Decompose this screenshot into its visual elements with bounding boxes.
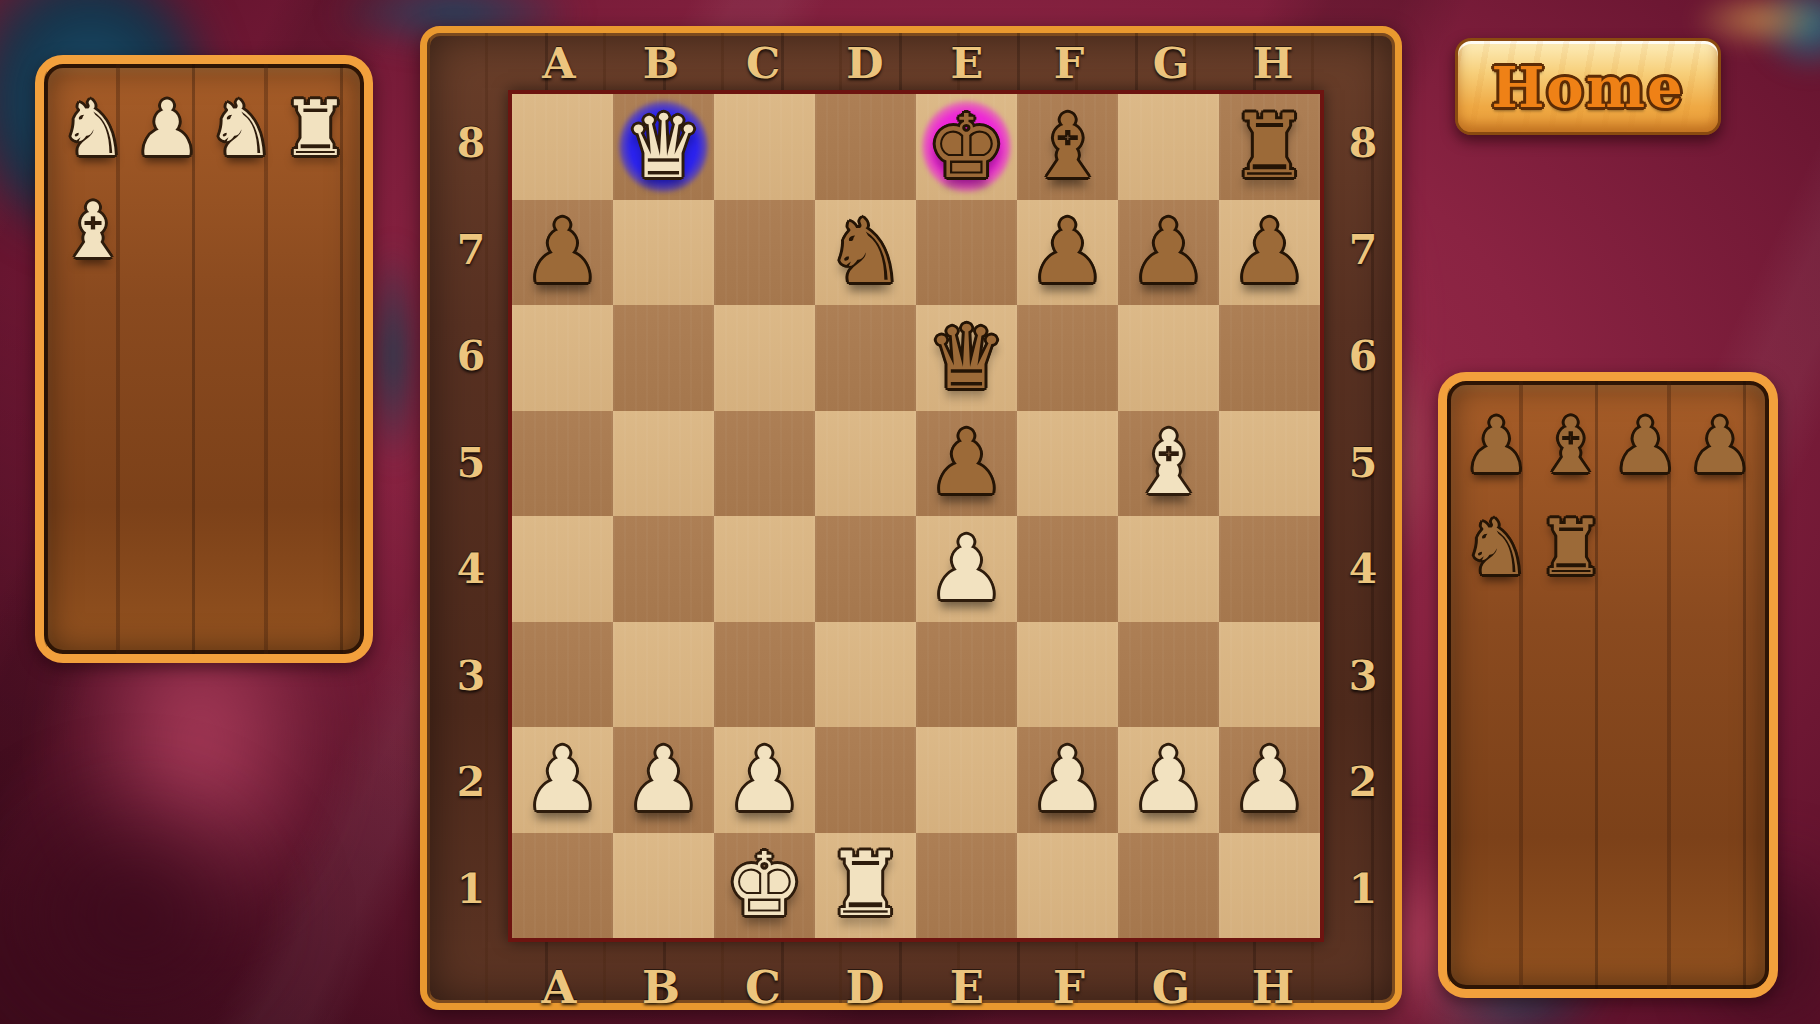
piece-c1-white-king[interactable]: ♚ (714, 833, 815, 939)
game-screen: ♞♟♞♜♝ ABCDEFGH 87654321 87654321 ♛♚♝♜♟♞♟… (0, 0, 1820, 1024)
square-b1[interactable] (613, 833, 714, 939)
square-b4[interactable] (613, 516, 714, 622)
rank-labels-left-8: 8 (441, 90, 501, 197)
home-button[interactable]: Home (1455, 38, 1721, 135)
square-b3[interactable] (613, 622, 714, 728)
square-h8[interactable]: ♜ (1219, 94, 1320, 200)
file-labels-top: ABCDEFGH (508, 38, 1324, 88)
captured-black-pawn: ♟ (1462, 408, 1530, 484)
square-h7[interactable]: ♟ (1219, 200, 1320, 306)
file-labels-top-H: H (1222, 38, 1324, 88)
square-h3[interactable] (1219, 622, 1320, 728)
square-a5[interactable] (512, 411, 613, 517)
square-g1[interactable] (1118, 833, 1219, 939)
captured-white-bishop: ♝ (59, 193, 127, 269)
square-f1[interactable] (1017, 833, 1118, 939)
square-f6[interactable] (1017, 305, 1118, 411)
file-labels-top-F: F (1018, 38, 1120, 88)
board-grid: ♛♚♝♜♟♞♟♟♟♛♟♝♟♟♟♟♟♟♟♚♜ (508, 90, 1324, 942)
square-c1[interactable]: ♚ (714, 833, 815, 939)
square-d1[interactable]: ♜ (815, 833, 916, 939)
square-f8[interactable]: ♝ (1017, 94, 1118, 200)
square-c6[interactable] (714, 305, 815, 411)
rank-labels-left-2: 2 (441, 729, 501, 836)
file-labels-bottom-B: B (610, 959, 712, 1015)
captured-white-knight: ♞ (207, 91, 275, 167)
square-d4[interactable] (815, 516, 916, 622)
piece-e8-black-king[interactable]: ♚ (916, 94, 1017, 200)
file-labels-bottom-G: G (1120, 959, 1222, 1015)
chess-board-frame: ABCDEFGH 87654321 87654321 ♛♚♝♜♟♞♟♟♟♛♟♝♟… (420, 26, 1402, 1010)
piece-e6-black-queen[interactable]: ♛ (916, 305, 1017, 411)
captured-white-rook: ♜ (281, 91, 349, 167)
square-d6[interactable] (815, 305, 916, 411)
square-e3[interactable] (916, 622, 1017, 728)
rank-labels-left-7: 7 (441, 197, 501, 304)
square-c4[interactable] (714, 516, 815, 622)
rank-labels-right-6: 6 (1333, 303, 1393, 410)
piece-b2-white-pawn[interactable]: ♟ (613, 727, 714, 833)
square-h2[interactable]: ♟ (1219, 727, 1320, 833)
square-f3[interactable] (1017, 622, 1118, 728)
piece-g7-black-pawn[interactable]: ♟ (1118, 200, 1219, 306)
piece-f8-black-bishop[interactable]: ♝ (1017, 94, 1118, 200)
file-labels-top-A: A (508, 38, 610, 88)
piece-h7-black-pawn[interactable]: ♟ (1219, 200, 1320, 306)
square-g2[interactable]: ♟ (1118, 727, 1219, 833)
square-d7[interactable]: ♞ (815, 200, 916, 306)
captured-black-pawn: ♟ (1686, 408, 1754, 484)
square-g6[interactable] (1118, 305, 1219, 411)
rank-labels-right-4: 4 (1333, 516, 1393, 623)
square-c2[interactable]: ♟ (714, 727, 815, 833)
square-g3[interactable] (1118, 622, 1219, 728)
captured-black-bishop: ♝ (1537, 408, 1605, 484)
captured-black-rook: ♜ (1537, 510, 1605, 586)
file-labels-bottom-E: E (916, 959, 1018, 1015)
piece-f7-black-pawn[interactable]: ♟ (1017, 200, 1118, 306)
rank-labels-left-5: 5 (441, 410, 501, 517)
square-b7[interactable] (613, 200, 714, 306)
file-labels-top-C: C (712, 38, 814, 88)
background-blue-patch (1755, 0, 1820, 75)
square-g5[interactable]: ♝ (1118, 411, 1219, 517)
square-a3[interactable] (512, 622, 613, 728)
square-d2[interactable] (815, 727, 916, 833)
file-labels-top-E: E (916, 38, 1018, 88)
rank-labels-right-1: 1 (1333, 836, 1393, 943)
rank-labels-right-8: 8 (1333, 90, 1393, 197)
square-e5[interactable]: ♟ (916, 411, 1017, 517)
square-e4[interactable]: ♟ (916, 516, 1017, 622)
background-blue-patch (368, 240, 418, 470)
captured-black-pieces-grid: ♟♝♟♟♞♜ (1459, 395, 1757, 599)
square-e2[interactable] (916, 727, 1017, 833)
captured-black-pawn: ♟ (1611, 408, 1679, 484)
square-e6[interactable]: ♛ (916, 305, 1017, 411)
captured-white-pieces-tray: ♞♟♞♜♝ (35, 55, 373, 663)
background-shadow-fold (0, 770, 300, 1024)
square-d5[interactable] (815, 411, 916, 517)
file-labels-bottom-A: A (508, 959, 610, 1015)
square-b6[interactable] (613, 305, 714, 411)
piece-d1-white-rook[interactable]: ♜ (815, 833, 916, 939)
square-g4[interactable] (1118, 516, 1219, 622)
square-f7[interactable]: ♟ (1017, 200, 1118, 306)
square-a1[interactable] (512, 833, 613, 939)
file-labels-bottom-D: D (814, 959, 916, 1015)
square-c8[interactable] (714, 94, 815, 200)
rank-labels-right: 87654321 (1333, 90, 1393, 942)
square-a6[interactable] (512, 305, 613, 411)
square-g7[interactable]: ♟ (1118, 200, 1219, 306)
square-f2[interactable]: ♟ (1017, 727, 1118, 833)
rank-labels-right-5: 5 (1333, 410, 1393, 517)
piece-g2-white-pawn[interactable]: ♟ (1118, 727, 1219, 833)
square-a2[interactable]: ♟ (512, 727, 613, 833)
square-g8[interactable] (1118, 94, 1219, 200)
piece-d7-black-knight[interactable]: ♞ (815, 200, 916, 306)
square-h4[interactable] (1219, 516, 1320, 622)
square-b2[interactable]: ♟ (613, 727, 714, 833)
file-labels-bottom: ABCDEFGH (508, 959, 1324, 1015)
piece-b8-white-queen[interactable]: ♛ (613, 94, 714, 200)
square-c7[interactable] (714, 200, 815, 306)
file-labels-top-B: B (610, 38, 712, 88)
square-h1[interactable] (1219, 833, 1320, 939)
square-a8[interactable] (512, 94, 613, 200)
file-labels-top-G: G (1120, 38, 1222, 88)
rank-labels-left-1: 1 (441, 836, 501, 943)
square-e8[interactable]: ♚ (916, 94, 1017, 200)
file-labels-bottom-F: F (1018, 959, 1120, 1015)
square-a4[interactable] (512, 516, 613, 622)
piece-a7-black-pawn[interactable]: ♟ (512, 200, 613, 306)
piece-h2-white-pawn[interactable]: ♟ (1219, 727, 1320, 833)
square-c5[interactable] (714, 411, 815, 517)
rank-labels-right-3: 3 (1333, 623, 1393, 730)
piece-a2-white-pawn[interactable]: ♟ (512, 727, 613, 833)
piece-f2-white-pawn[interactable]: ♟ (1017, 727, 1118, 833)
captured-black-knight: ♞ (1462, 510, 1530, 586)
rank-labels-right-2: 2 (1333, 729, 1393, 836)
square-h5[interactable] (1219, 411, 1320, 517)
square-f4[interactable] (1017, 516, 1118, 622)
square-e7[interactable] (916, 200, 1017, 306)
piece-h8-black-rook[interactable]: ♜ (1219, 94, 1320, 200)
captured-black-pieces-tray: ♟♝♟♟♞♜ (1438, 372, 1778, 998)
file-labels-bottom-C: C (712, 959, 814, 1015)
captured-white-pawn: ♟ (133, 91, 201, 167)
file-labels-bottom-H: H (1222, 959, 1324, 1015)
square-b8[interactable]: ♛ (613, 94, 714, 200)
square-d8[interactable] (815, 94, 916, 200)
square-f5[interactable] (1017, 411, 1118, 517)
captured-white-knight: ♞ (59, 91, 127, 167)
piece-e5-black-pawn[interactable]: ♟ (916, 411, 1017, 517)
square-a7[interactable]: ♟ (512, 200, 613, 306)
square-c3[interactable] (714, 622, 815, 728)
home-button-label: Home (1491, 54, 1684, 120)
file-labels-top-D: D (814, 38, 916, 88)
rank-labels-left-4: 4 (441, 516, 501, 623)
square-b5[interactable] (613, 411, 714, 517)
captured-white-pieces-grid: ♞♟♞♜♝ (56, 78, 352, 282)
piece-e4-white-pawn[interactable]: ♟ (916, 516, 1017, 622)
rank-labels-left-6: 6 (441, 303, 501, 410)
rank-labels-left-3: 3 (441, 623, 501, 730)
square-h6[interactable] (1219, 305, 1320, 411)
rank-labels-left: 87654321 (441, 90, 501, 942)
square-d3[interactable] (815, 622, 916, 728)
square-e1[interactable] (916, 833, 1017, 939)
piece-g5-white-bishop[interactable]: ♝ (1118, 411, 1219, 517)
rank-labels-right-7: 7 (1333, 197, 1393, 304)
piece-c2-white-pawn[interactable]: ♟ (714, 727, 815, 833)
